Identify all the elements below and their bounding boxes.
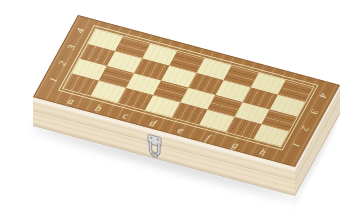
- rank-label-4: 4: [75, 27, 87, 34]
- rank-label-4: 4: [317, 92, 329, 99]
- rank-label-2: 2: [57, 60, 69, 67]
- rank-label-3: 3: [66, 44, 78, 51]
- rank-label-3: 3: [308, 109, 320, 116]
- rank-label-1: 1: [48, 77, 60, 84]
- rank-label-2: 2: [299, 125, 311, 132]
- product-photo: 4321 4321 abcdefgh: [0, 0, 360, 217]
- rank-label-1: 1: [290, 141, 302, 148]
